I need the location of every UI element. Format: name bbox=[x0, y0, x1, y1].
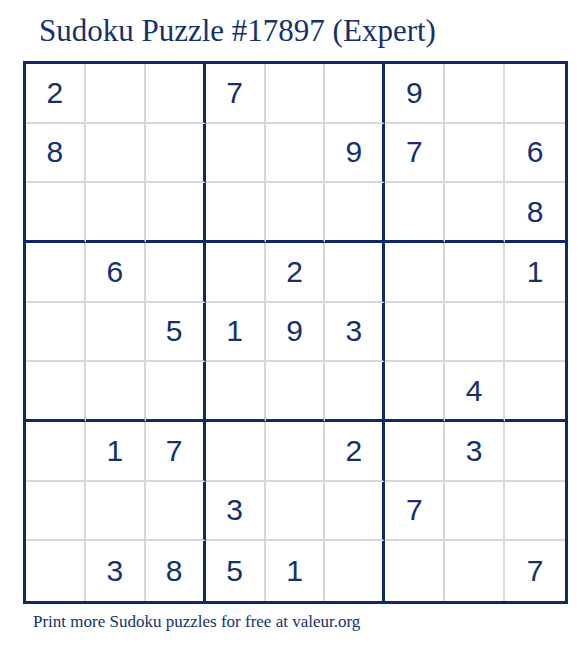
sudoku-cell-r3c1[interactable] bbox=[26, 183, 86, 243]
sudoku-cell-r8c3[interactable] bbox=[146, 482, 206, 542]
sudoku-cell-r5c3[interactable]: 5 bbox=[146, 303, 206, 363]
sudoku-cell-r8c5[interactable] bbox=[266, 482, 326, 542]
sudoku-cell-r1c2[interactable] bbox=[86, 64, 146, 124]
sudoku-cell-r7c6[interactable]: 2 bbox=[325, 422, 385, 482]
sudoku-cell-r2c5[interactable] bbox=[266, 124, 326, 184]
puzzle-title: Sudoku Puzzle #17897 (Expert) bbox=[39, 15, 436, 46]
sudoku-cell-r9c3[interactable]: 8 bbox=[146, 541, 206, 601]
sudoku-cell-r2c3[interactable] bbox=[146, 124, 206, 184]
sudoku-cell-r7c2[interactable]: 1 bbox=[86, 422, 146, 482]
sudoku-cell-r8c8[interactable] bbox=[445, 482, 505, 542]
sudoku-board: 279897686215193417233738517 bbox=[23, 61, 568, 604]
footer-text: Print more Sudoku puzzles for free at va… bbox=[33, 613, 360, 630]
sudoku-cell-r9c9[interactable]: 7 bbox=[505, 541, 565, 601]
sudoku-cell-r8c9[interactable] bbox=[505, 482, 565, 542]
sudoku-cell-r7c5[interactable] bbox=[266, 422, 326, 482]
sudoku-cell-r1c9[interactable] bbox=[505, 64, 565, 124]
sudoku-cell-r6c2[interactable] bbox=[86, 362, 146, 422]
sudoku-cell-r4c4[interactable] bbox=[206, 243, 266, 303]
sudoku-cell-r4c3[interactable] bbox=[146, 243, 206, 303]
sudoku-cell-r1c6[interactable] bbox=[325, 64, 385, 124]
sudoku-cell-r2c1[interactable]: 8 bbox=[26, 124, 86, 184]
sudoku-cell-r6c8[interactable]: 4 bbox=[445, 362, 505, 422]
sudoku-cell-r5c9[interactable] bbox=[505, 303, 565, 363]
sudoku-cell-r3c3[interactable] bbox=[146, 183, 206, 243]
sudoku-cell-r6c5[interactable] bbox=[266, 362, 326, 422]
sudoku-cell-r1c8[interactable] bbox=[445, 64, 505, 124]
sudoku-cell-r1c1[interactable]: 2 bbox=[26, 64, 86, 124]
sudoku-cell-r4c7[interactable] bbox=[385, 243, 445, 303]
sudoku-cell-r6c1[interactable] bbox=[26, 362, 86, 422]
sudoku-cell-r5c8[interactable] bbox=[445, 303, 505, 363]
sudoku-cell-r2c6[interactable]: 9 bbox=[325, 124, 385, 184]
sudoku-cell-r9c8[interactable] bbox=[445, 541, 505, 601]
sudoku-cell-r4c2[interactable]: 6 bbox=[86, 243, 146, 303]
sudoku-cell-r3c6[interactable] bbox=[325, 183, 385, 243]
sudoku-cell-r9c4[interactable]: 5 bbox=[206, 541, 266, 601]
sudoku-cell-r5c5[interactable]: 9 bbox=[266, 303, 326, 363]
sudoku-cell-r9c6[interactable] bbox=[325, 541, 385, 601]
sudoku-cell-r8c7[interactable]: 7 bbox=[385, 482, 445, 542]
sudoku-cell-r7c4[interactable] bbox=[206, 422, 266, 482]
sudoku-cell-r3c7[interactable] bbox=[385, 183, 445, 243]
sudoku-cell-r6c6[interactable] bbox=[325, 362, 385, 422]
sudoku-cell-r8c2[interactable] bbox=[86, 482, 146, 542]
sudoku-cell-r2c7[interactable]: 7 bbox=[385, 124, 445, 184]
sudoku-cell-r5c1[interactable] bbox=[26, 303, 86, 363]
sudoku-cell-r5c7[interactable] bbox=[385, 303, 445, 363]
sudoku-cell-r3c8[interactable] bbox=[445, 183, 505, 243]
sudoku-cell-r1c3[interactable] bbox=[146, 64, 206, 124]
sudoku-cell-r8c4[interactable]: 3 bbox=[206, 482, 266, 542]
sudoku-cell-r4c6[interactable] bbox=[325, 243, 385, 303]
sudoku-cell-r4c1[interactable] bbox=[26, 243, 86, 303]
sudoku-cell-r4c5[interactable]: 2 bbox=[266, 243, 326, 303]
sudoku-cell-r4c8[interactable] bbox=[445, 243, 505, 303]
sudoku-cell-r5c6[interactable]: 3 bbox=[325, 303, 385, 363]
sudoku-cell-r2c4[interactable] bbox=[206, 124, 266, 184]
sudoku-cell-r6c3[interactable] bbox=[146, 362, 206, 422]
sudoku-cell-r6c4[interactable] bbox=[206, 362, 266, 422]
sudoku-cell-r2c9[interactable]: 6 bbox=[505, 124, 565, 184]
sudoku-cell-r9c7[interactable] bbox=[385, 541, 445, 601]
sudoku-cell-r6c9[interactable] bbox=[505, 362, 565, 422]
sudoku-cell-r8c1[interactable] bbox=[26, 482, 86, 542]
sudoku-cell-r6c7[interactable] bbox=[385, 362, 445, 422]
sudoku-cell-r3c5[interactable] bbox=[266, 183, 326, 243]
sudoku-cell-r7c9[interactable] bbox=[505, 422, 565, 482]
sudoku-cell-r3c2[interactable] bbox=[86, 183, 146, 243]
sudoku-cell-r3c9[interactable]: 8 bbox=[505, 183, 565, 243]
sudoku-cell-r9c2[interactable]: 3 bbox=[86, 541, 146, 601]
sudoku-cell-r9c1[interactable] bbox=[26, 541, 86, 601]
sudoku-cell-r7c1[interactable] bbox=[26, 422, 86, 482]
sudoku-cell-r3c4[interactable] bbox=[206, 183, 266, 243]
sudoku-cell-r8c6[interactable] bbox=[325, 482, 385, 542]
sudoku-cell-r4c9[interactable]: 1 bbox=[505, 243, 565, 303]
sudoku-cell-r1c5[interactable] bbox=[266, 64, 326, 124]
sudoku-cell-r1c4[interactable]: 7 bbox=[206, 64, 266, 124]
sudoku-cell-r1c7[interactable]: 9 bbox=[385, 64, 445, 124]
sudoku-page: Sudoku Puzzle #17897 (Expert) 2798976862… bbox=[0, 0, 580, 651]
sudoku-cell-r2c2[interactable] bbox=[86, 124, 146, 184]
sudoku-cell-r7c3[interactable]: 7 bbox=[146, 422, 206, 482]
sudoku-cell-r7c8[interactable]: 3 bbox=[445, 422, 505, 482]
sudoku-cell-r2c8[interactable] bbox=[445, 124, 505, 184]
sudoku-cell-r9c5[interactable]: 1 bbox=[266, 541, 326, 601]
sudoku-cell-r5c2[interactable] bbox=[86, 303, 146, 363]
sudoku-cell-r5c4[interactable]: 1 bbox=[206, 303, 266, 363]
sudoku-cell-r7c7[interactable] bbox=[385, 422, 445, 482]
